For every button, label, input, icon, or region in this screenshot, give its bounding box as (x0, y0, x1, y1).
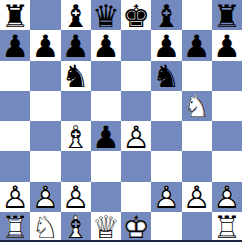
square-b7[interactable]: ♟ (30, 30, 60, 60)
square-d3[interactable] (91, 151, 121, 181)
square-c6[interactable]: ♞ (61, 61, 91, 91)
square-h7[interactable]: ♟ (212, 30, 242, 60)
black-bishop-icon: ♝ (61, 0, 91, 30)
square-d2[interactable] (91, 182, 121, 212)
square-g5[interactable]: ♞♘ (182, 91, 212, 121)
black-rook-icon: ♜ (0, 0, 30, 30)
square-d7[interactable]: ♟ (91, 30, 121, 60)
square-a8[interactable]: ♜ (0, 0, 30, 30)
square-e2[interactable] (121, 182, 151, 212)
square-e1[interactable]: ♚♔ (121, 212, 151, 242)
square-h5[interactable] (212, 91, 242, 121)
square-h4[interactable] (212, 121, 242, 151)
white-bishop-icon: ♝♗ (61, 121, 91, 151)
square-e8[interactable]: ♚ (121, 0, 151, 30)
square-f7[interactable]: ♟ (151, 30, 181, 60)
square-h2[interactable]: ♟♙ (212, 182, 242, 212)
white-queen-icon: ♛♕ (91, 212, 121, 242)
square-b5[interactable] (30, 91, 60, 121)
white-pawn-icon: ♟♙ (30, 182, 60, 212)
square-c8[interactable]: ♝ (61, 0, 91, 30)
square-a6[interactable] (0, 61, 30, 91)
white-pawn-icon: ♟♙ (212, 182, 242, 212)
square-f8[interactable]: ♝ (151, 0, 181, 30)
square-a1[interactable]: ♜♖ (0, 212, 30, 242)
white-king-icon: ♚♔ (121, 212, 151, 242)
square-c3[interactable] (61, 151, 91, 181)
square-e3[interactable] (121, 151, 151, 181)
square-d5[interactable] (91, 91, 121, 121)
square-c5[interactable] (61, 91, 91, 121)
black-pawn-icon: ♟ (0, 30, 30, 60)
black-rook-icon: ♜ (212, 0, 242, 30)
white-pawn-icon: ♟♙ (61, 182, 91, 212)
square-h6[interactable] (212, 61, 242, 91)
square-g7[interactable]: ♟ (182, 30, 212, 60)
square-h8[interactable]: ♜ (212, 0, 242, 30)
black-pawn-icon: ♟ (182, 30, 212, 60)
square-g6[interactable] (182, 61, 212, 91)
square-g4[interactable] (182, 121, 212, 151)
square-g3[interactable] (182, 151, 212, 181)
square-a7[interactable]: ♟ (0, 30, 30, 60)
square-f1[interactable] (151, 212, 181, 242)
square-h1[interactable]: ♜♖ (212, 212, 242, 242)
white-pawn-icon: ♟♙ (182, 182, 212, 212)
square-b2[interactable]: ♟♙ (30, 182, 60, 212)
square-f6[interactable]: ♞ (151, 61, 181, 91)
square-e7[interactable] (121, 30, 151, 60)
black-pawn-icon: ♟ (212, 30, 242, 60)
square-f2[interactable]: ♟♙ (151, 182, 181, 212)
square-g1[interactable] (182, 212, 212, 242)
square-b8[interactable] (30, 0, 60, 30)
white-rook-icon: ♜♖ (0, 212, 30, 242)
black-pawn-icon: ♟ (91, 121, 121, 151)
square-e5[interactable] (121, 91, 151, 121)
square-c4[interactable]: ♝♗ (61, 121, 91, 151)
white-bishop-icon: ♝♗ (61, 212, 91, 242)
square-g8[interactable] (182, 0, 212, 30)
square-f4[interactable] (151, 121, 181, 151)
black-pawn-icon: ♟ (61, 30, 91, 60)
square-b4[interactable] (30, 121, 60, 151)
square-a5[interactable] (0, 91, 30, 121)
square-a2[interactable]: ♟♙ (0, 182, 30, 212)
square-a4[interactable] (0, 121, 30, 151)
square-b1[interactable]: ♞♘ (30, 212, 60, 242)
white-pawn-icon: ♟♙ (151, 182, 181, 212)
square-d4[interactable]: ♟ (91, 121, 121, 151)
black-king-icon: ♚ (121, 0, 151, 30)
square-b3[interactable] (30, 151, 60, 181)
white-rook-icon: ♜♖ (212, 212, 242, 242)
white-pawn-icon: ♟♙ (121, 121, 151, 151)
black-pawn-icon: ♟ (151, 30, 181, 60)
black-pawn-icon: ♟ (91, 30, 121, 60)
square-d6[interactable] (91, 61, 121, 91)
square-c7[interactable]: ♟ (61, 30, 91, 60)
square-g2[interactable]: ♟♙ (182, 182, 212, 212)
square-f5[interactable] (151, 91, 181, 121)
chess-board: ♜♝♛♚♝♜♟♟♟♟♟♟♟♞♞♞♘♝♗♟♟♙♟♙♟♙♟♙♟♙♟♙♟♙♜♖♞♘♝♗… (0, 0, 242, 242)
black-knight-icon: ♞ (151, 61, 181, 91)
black-pawn-icon: ♟ (30, 30, 60, 60)
white-knight-icon: ♞♘ (182, 91, 212, 121)
square-f3[interactable] (151, 151, 181, 181)
square-e4[interactable]: ♟♙ (121, 121, 151, 151)
square-h3[interactable] (212, 151, 242, 181)
square-c2[interactable]: ♟♙ (61, 182, 91, 212)
square-b6[interactable] (30, 61, 60, 91)
black-knight-icon: ♞ (61, 61, 91, 91)
white-pawn-icon: ♟♙ (0, 182, 30, 212)
black-bishop-icon: ♝ (151, 0, 181, 30)
square-a3[interactable] (0, 151, 30, 181)
square-e6[interactable] (121, 61, 151, 91)
square-d8[interactable]: ♛ (91, 0, 121, 30)
square-c1[interactable]: ♝♗ (61, 212, 91, 242)
black-queen-icon: ♛ (91, 0, 121, 30)
square-d1[interactable]: ♛♕ (91, 212, 121, 242)
white-knight-icon: ♞♘ (30, 212, 60, 242)
